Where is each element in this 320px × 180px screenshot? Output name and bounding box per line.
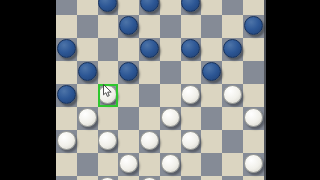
square-r8-c1[interactable] — [77, 176, 98, 180]
square-r4-c6[interactable] — [181, 84, 202, 107]
square-r4-c4[interactable] — [139, 84, 160, 107]
square-r1-c7[interactable] — [201, 15, 222, 38]
square-r5-c3[interactable] — [118, 107, 139, 130]
square-r3-c1[interactable] — [77, 61, 98, 84]
square-r0-c6[interactable] — [181, 0, 202, 15]
square-r6-c8[interactable] — [222, 130, 243, 153]
square-r3-c3[interactable] — [118, 61, 139, 84]
white-piece-r6-c2[interactable] — [98, 131, 117, 150]
square-r4-c1[interactable] — [77, 84, 98, 107]
square-r5-c8[interactable] — [222, 107, 243, 130]
square-r8-c5[interactable] — [160, 176, 181, 180]
square-r3-c4[interactable] — [139, 61, 160, 84]
square-r8-c6[interactable] — [181, 176, 202, 180]
square-r7-c1[interactable] — [77, 153, 98, 176]
letterbox-bar-right — [266, 0, 320, 180]
square-r0-c0[interactable] — [56, 0, 77, 15]
square-r2-c0[interactable] — [56, 38, 77, 61]
blue-piece-r0-c6[interactable] — [181, 0, 200, 12]
square-r0-c3[interactable] — [118, 0, 139, 15]
white-piece-r8-c4[interactable] — [140, 177, 159, 180]
square-r6-c3[interactable] — [118, 130, 139, 153]
square-r7-c9[interactable] — [243, 153, 264, 176]
square-r8-c7[interactable] — [201, 176, 222, 180]
square-r2-c9[interactable] — [243, 38, 264, 61]
square-r2-c5[interactable] — [160, 38, 181, 61]
square-r4-c8[interactable] — [222, 84, 243, 107]
square-r7-c3[interactable] — [118, 153, 139, 176]
square-r5-c6[interactable] — [181, 107, 202, 130]
square-r6-c6[interactable] — [181, 130, 202, 153]
square-r3-c8[interactable] — [222, 61, 243, 84]
square-r6-c9[interactable] — [243, 130, 264, 153]
square-r0-c4[interactable] — [139, 0, 160, 15]
square-r4-c5[interactable] — [160, 84, 181, 107]
white-piece-r6-c6[interactable] — [181, 131, 200, 150]
square-r3-c7[interactable] — [201, 61, 222, 84]
square-r7-c0[interactable] — [56, 153, 77, 176]
white-piece-r4-c6[interactable] — [181, 85, 200, 104]
square-r2-c8[interactable] — [222, 38, 243, 61]
square-r5-c7[interactable] — [201, 107, 222, 130]
square-r2-c6[interactable] — [181, 38, 202, 61]
square-r1-c6[interactable] — [181, 15, 202, 38]
square-r3-c6[interactable] — [181, 61, 202, 84]
square-r8-c4[interactable] — [139, 176, 160, 180]
white-piece-r6-c4[interactable] — [140, 131, 159, 150]
square-r5-c2[interactable] — [98, 107, 119, 130]
blue-piece-r3-c7[interactable] — [202, 62, 221, 81]
square-r1-c1[interactable] — [77, 15, 98, 38]
square-r4-c7[interactable] — [201, 84, 222, 107]
white-piece-r8-c2[interactable] — [98, 177, 117, 180]
square-r1-c2[interactable] — [98, 15, 119, 38]
square-r0-c5[interactable] — [160, 0, 181, 15]
white-piece-r5-c1[interactable] — [78, 108, 97, 127]
square-r0-c8[interactable] — [222, 0, 243, 15]
square-r7-c8[interactable] — [222, 153, 243, 176]
square-r6-c0[interactable] — [56, 130, 77, 153]
square-r1-c0[interactable] — [56, 15, 77, 38]
square-r2-c4[interactable] — [139, 38, 160, 61]
square-r0-c1[interactable] — [77, 0, 98, 15]
square-r1-c4[interactable] — [139, 15, 160, 38]
square-r5-c9[interactable] — [243, 107, 264, 130]
square-r3-c5[interactable] — [160, 61, 181, 84]
video-frame — [0, 0, 320, 180]
square-r4-c3[interactable] — [118, 84, 139, 107]
blue-piece-r2-c4[interactable] — [140, 39, 159, 58]
square-r7-c2[interactable] — [98, 153, 119, 176]
square-r1-c3[interactable] — [118, 15, 139, 38]
blue-piece-r0-c4[interactable] — [140, 0, 159, 12]
square-r2-c2[interactable] — [98, 38, 119, 61]
blue-piece-r0-c2[interactable] — [98, 0, 117, 12]
draughts-board — [56, 0, 264, 180]
square-r2-c1[interactable] — [77, 38, 98, 61]
square-r7-c5[interactable] — [160, 153, 181, 176]
square-r5-c4[interactable] — [139, 107, 160, 130]
white-piece-r5-c9[interactable] — [244, 108, 263, 127]
square-r6-c5[interactable] — [160, 130, 181, 153]
letterbox-bar-left — [0, 0, 56, 180]
square-r3-c2[interactable] — [98, 61, 119, 84]
blue-piece-r1-c3[interactable] — [119, 16, 138, 35]
square-r0-c7[interactable] — [201, 0, 222, 15]
square-r0-c9[interactable] — [243, 0, 264, 15]
white-piece-r7-c3[interactable] — [119, 154, 138, 173]
blue-piece-r2-c6[interactable] — [181, 39, 200, 58]
square-r5-c1[interactable] — [77, 107, 98, 130]
square-r0-c2[interactable] — [98, 0, 119, 15]
square-r6-c7[interactable] — [201, 130, 222, 153]
blue-piece-r2-c8[interactable] — [223, 39, 242, 58]
square-r6-c4[interactable] — [139, 130, 160, 153]
blue-piece-r3-c1[interactable] — [78, 62, 97, 81]
square-r7-c4[interactable] — [139, 153, 160, 176]
square-r4-c0[interactable] — [56, 84, 77, 107]
square-r3-c0[interactable] — [56, 61, 77, 84]
square-r5-c0[interactable] — [56, 107, 77, 130]
white-piece-r7-c5[interactable] — [161, 154, 180, 173]
blue-piece-r1-c9[interactable] — [244, 16, 263, 35]
square-r7-c7[interactable] — [201, 153, 222, 176]
white-piece-r6-c0[interactable] — [57, 131, 76, 150]
white-piece-r5-c5[interactable] — [161, 108, 180, 127]
square-r8-c2[interactable] — [98, 176, 119, 180]
square-r1-c5[interactable] — [160, 15, 181, 38]
blue-piece-r3-c3[interactable] — [119, 62, 138, 81]
square-r2-c3[interactable] — [118, 38, 139, 61]
square-r2-c7[interactable] — [201, 38, 222, 61]
square-r6-c1[interactable] — [77, 130, 98, 153]
square-r8-c8[interactable] — [222, 176, 243, 180]
blue-piece-r4-c0[interactable] — [57, 85, 76, 104]
square-r3-c9[interactable] — [243, 61, 264, 84]
square-r6-c2[interactable] — [98, 130, 119, 153]
square-r1-c8[interactable] — [222, 15, 243, 38]
square-r5-c5[interactable] — [160, 107, 181, 130]
board-viewport — [56, 0, 266, 180]
blue-piece-r2-c0[interactable] — [57, 39, 76, 58]
white-piece-r7-c9[interactable] — [244, 154, 263, 173]
square-r8-c3[interactable] — [118, 176, 139, 180]
square-r8-c9[interactable] — [243, 176, 264, 180]
mouse-cursor-icon — [102, 84, 113, 99]
square-r4-c9[interactable] — [243, 84, 264, 107]
square-r7-c6[interactable] — [181, 153, 202, 176]
square-r8-c0[interactable] — [56, 176, 77, 180]
white-piece-r4-c8[interactable] — [223, 85, 242, 104]
square-r1-c9[interactable] — [243, 15, 264, 38]
